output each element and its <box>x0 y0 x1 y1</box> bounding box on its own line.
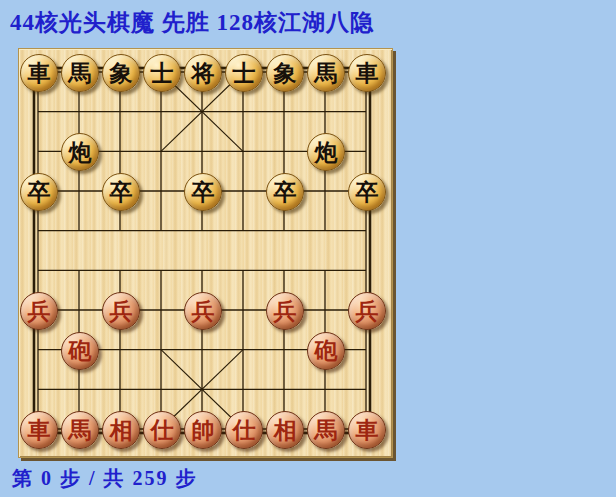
piece-glyph: 炮 <box>315 141 338 164</box>
piece-glyph: 砲 <box>69 339 92 362</box>
piece-black-chariot-left[interactable]: 車 <box>20 54 58 92</box>
piece-red-soldier-3[interactable]: 兵 <box>184 292 222 330</box>
piece-glyph: 卒 <box>28 181 51 204</box>
piece-black-elephant-right[interactable]: 象 <box>266 54 304 92</box>
piece-glyph: 車 <box>28 419 51 442</box>
piece-glyph: 砲 <box>315 339 338 362</box>
piece-glyph: 士 <box>233 62 256 85</box>
piece-glyph: 兵 <box>274 300 297 323</box>
piece-glyph: 象 <box>274 62 297 85</box>
piece-black-chariot-right[interactable]: 車 <box>348 54 386 92</box>
piece-red-elephant-right[interactable]: 相 <box>266 411 304 449</box>
piece-black-general[interactable]: 将 <box>184 54 222 92</box>
piece-glyph: 馬 <box>69 62 92 85</box>
piece-glyph: 兵 <box>356 300 379 323</box>
piece-glyph: 卒 <box>192 181 215 204</box>
piece-glyph: 車 <box>356 419 379 442</box>
board-grid-lines <box>19 49 392 457</box>
piece-glyph: 将 <box>192 62 215 85</box>
move-counter: 第 0 步 / 共 259 步 <box>12 465 198 492</box>
xiangqi-replay-window: 44核光头棋魔 先胜 128核江湖八隐 車馬象士将士象馬車炮炮卒卒卒卒卒兵兵兵兵… <box>0 0 616 497</box>
piece-glyph: 卒 <box>110 181 133 204</box>
piece-black-soldier-4[interactable]: 卒 <box>266 173 304 211</box>
piece-red-soldier-5[interactable]: 兵 <box>348 292 386 330</box>
piece-black-horse-left[interactable]: 馬 <box>61 54 99 92</box>
piece-glyph: 相 <box>274 419 297 442</box>
piece-glyph: 仕 <box>151 419 174 442</box>
piece-glyph: 馬 <box>315 62 338 85</box>
piece-glyph: 兵 <box>28 300 51 323</box>
piece-red-soldier-2[interactable]: 兵 <box>102 292 140 330</box>
piece-black-soldier-3[interactable]: 卒 <box>184 173 222 211</box>
piece-red-horse-left[interactable]: 馬 <box>61 411 99 449</box>
piece-glyph: 兵 <box>192 300 215 323</box>
piece-red-elephant-left[interactable]: 相 <box>102 411 140 449</box>
match-title: 44核光头棋魔 先胜 128核江湖八隐 <box>10 7 374 38</box>
piece-red-general[interactable]: 帥 <box>184 411 222 449</box>
piece-red-horse-right[interactable]: 馬 <box>307 411 345 449</box>
piece-red-soldier-4[interactable]: 兵 <box>266 292 304 330</box>
piece-glyph: 士 <box>151 62 174 85</box>
piece-glyph: 象 <box>110 62 133 85</box>
piece-red-chariot-left[interactable]: 車 <box>20 411 58 449</box>
piece-glyph: 帥 <box>192 419 215 442</box>
piece-glyph: 馬 <box>69 419 92 442</box>
piece-red-soldier-1[interactable]: 兵 <box>20 292 58 330</box>
piece-glyph: 仕 <box>233 419 256 442</box>
piece-glyph: 馬 <box>315 419 338 442</box>
piece-glyph: 相 <box>110 419 133 442</box>
piece-glyph: 炮 <box>69 141 92 164</box>
piece-black-advisor-right[interactable]: 士 <box>225 54 263 92</box>
piece-glyph: 車 <box>28 62 51 85</box>
piece-red-cannon-right[interactable]: 砲 <box>307 332 345 370</box>
piece-red-advisor-right[interactable]: 仕 <box>225 411 263 449</box>
piece-black-elephant-left[interactable]: 象 <box>102 54 140 92</box>
piece-glyph: 卒 <box>274 181 297 204</box>
piece-red-cannon-left[interactable]: 砲 <box>61 332 99 370</box>
piece-glyph: 卒 <box>356 181 379 204</box>
piece-red-advisor-left[interactable]: 仕 <box>143 411 181 449</box>
xiangqi-board[interactable]: 車馬象士将士象馬車炮炮卒卒卒卒卒兵兵兵兵兵砲砲車馬相仕帥仕相馬車 <box>18 48 393 458</box>
piece-glyph: 車 <box>356 62 379 85</box>
piece-black-horse-right[interactable]: 馬 <box>307 54 345 92</box>
piece-black-advisor-left[interactable]: 士 <box>143 54 181 92</box>
piece-glyph: 兵 <box>110 300 133 323</box>
piece-black-soldier-1[interactable]: 卒 <box>20 173 58 211</box>
piece-red-chariot-right[interactable]: 車 <box>348 411 386 449</box>
piece-black-soldier-2[interactable]: 卒 <box>102 173 140 211</box>
piece-black-soldier-5[interactable]: 卒 <box>348 173 386 211</box>
